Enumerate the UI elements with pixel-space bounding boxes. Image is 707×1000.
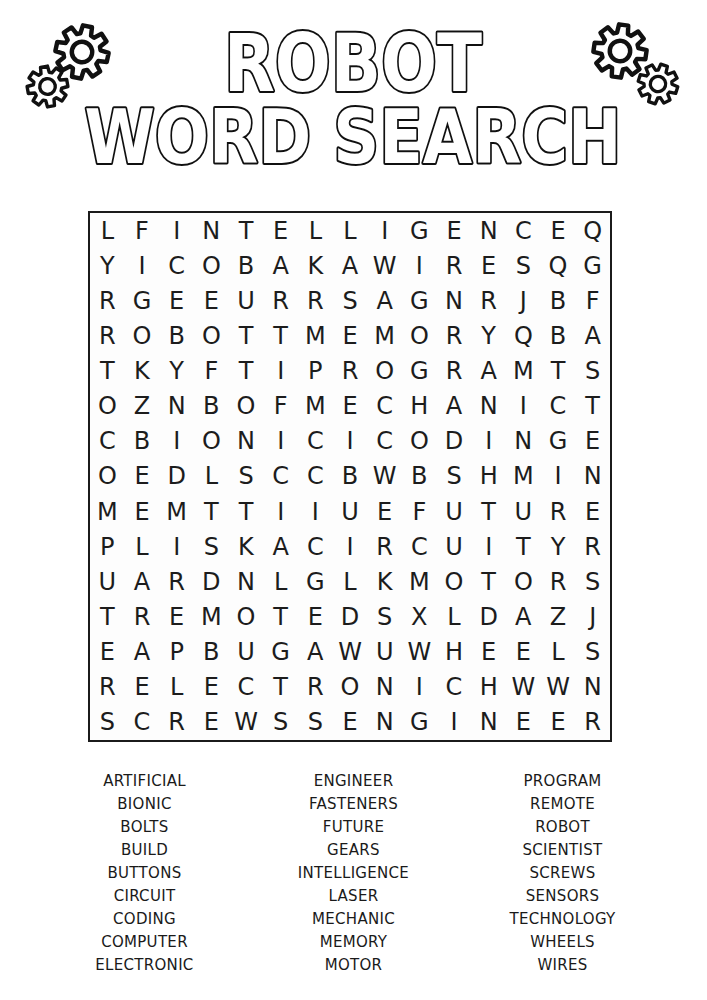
grid-cell: C	[437, 670, 472, 705]
grid-cell: P	[298, 354, 333, 389]
grid-cell: L	[541, 635, 576, 670]
grid-cell: B	[402, 459, 437, 494]
grid-cell: D	[159, 459, 194, 494]
grid-cell: R	[471, 283, 506, 318]
grid-cell: U	[333, 494, 368, 529]
grid-cell: R	[333, 354, 368, 389]
grid-cell: R	[159, 564, 194, 599]
grid-cell: R	[90, 283, 125, 318]
grid-cell: C	[263, 459, 298, 494]
grid-cell: R	[575, 705, 610, 740]
word-search-grid: LFINTELLIGENCEQYICOBAKAWIRESQGRGEEURRSAG…	[88, 211, 612, 742]
grid-cell: Q	[575, 213, 610, 248]
grid-cell: A	[125, 635, 160, 670]
grid-cell: K	[229, 529, 264, 564]
grid-cell: O	[402, 318, 437, 353]
grid-cell: O	[229, 599, 264, 634]
grid-cell: S	[575, 354, 610, 389]
grid-cell: S	[437, 459, 472, 494]
grid-cell: I	[333, 529, 368, 564]
grid-cell: L	[298, 213, 333, 248]
grid-cell: U	[229, 635, 264, 670]
grid-cell: I	[333, 424, 368, 459]
grid-cell: E	[263, 213, 298, 248]
grid-cell: L	[333, 564, 368, 599]
grid-cell: E	[90, 635, 125, 670]
grid-cell: N	[575, 670, 610, 705]
grid-cell: I	[263, 424, 298, 459]
grid-cell: C	[298, 529, 333, 564]
grid-cell: A	[575, 318, 610, 353]
grid-cell: N	[471, 389, 506, 424]
grid-cell: O	[194, 424, 229, 459]
grid-cell: I	[263, 494, 298, 529]
title: ROBOT WORD SEARCH	[0, 0, 707, 180]
grid-cell: Z	[541, 599, 576, 634]
grid-cell: E	[333, 705, 368, 740]
grid-cell: E	[159, 599, 194, 634]
grid-cell: E	[159, 283, 194, 318]
grid-cell: H	[471, 670, 506, 705]
grid-cell: N	[194, 213, 229, 248]
grid-cell: N	[367, 705, 402, 740]
word-list-item: FASTENERS	[249, 793, 458, 816]
grid-cell: R	[541, 564, 576, 599]
grid-cell: I	[541, 459, 576, 494]
grid-cell: S	[506, 248, 541, 283]
grid-cell: K	[298, 248, 333, 283]
grid-cell: T	[471, 564, 506, 599]
word-list-item: MOTOR	[249, 954, 458, 977]
grid-cell: M	[506, 354, 541, 389]
grid-cell: O	[194, 248, 229, 283]
grid-cell: F	[402, 494, 437, 529]
word-list-item: ARTIFICIAL	[40, 770, 249, 793]
grid-cell: X	[402, 599, 437, 634]
worksheet-page: ROBOT WORD SEARCH LFINTELLIGENCEQYICOBAK…	[0, 0, 707, 1000]
grid-cell: M	[298, 389, 333, 424]
grid-cell: D	[437, 424, 472, 459]
grid-cell: N	[437, 283, 472, 318]
word-list-item: MEMORY	[249, 931, 458, 954]
word-list-item: FUTURE	[249, 816, 458, 839]
grid-cell: E	[125, 670, 160, 705]
grid-cell: G	[402, 705, 437, 740]
word-list-item: GEARS	[249, 839, 458, 862]
grid-cell: F	[194, 354, 229, 389]
grid-cell: M	[298, 318, 333, 353]
grid-cell: F	[263, 389, 298, 424]
word-list-item: CIRCUIT	[40, 885, 249, 908]
grid-cell: B	[194, 635, 229, 670]
grid-cell: O	[506, 564, 541, 599]
grid-cell: I	[471, 424, 506, 459]
grid-cell: C	[506, 213, 541, 248]
word-list-item: ENGINEER	[249, 770, 458, 793]
grid-cell: M	[506, 459, 541, 494]
grid-cell: G	[402, 213, 437, 248]
grid-cell: T	[90, 599, 125, 634]
word-list-item: INTELLIGENCE	[249, 862, 458, 885]
grid-cell: A	[333, 248, 368, 283]
grid-cell: O	[125, 318, 160, 353]
grid-cell: T	[541, 354, 576, 389]
grid-cell: E	[471, 248, 506, 283]
word-list-item: WHEELS	[458, 931, 667, 954]
grid-cell: E	[125, 459, 160, 494]
grid-cell: Z	[125, 389, 160, 424]
grid-cell: C	[125, 705, 160, 740]
grid-cell: W	[367, 248, 402, 283]
word-list-item: WIRES	[458, 954, 667, 977]
grid-cell: L	[333, 213, 368, 248]
grid-cell: M	[90, 494, 125, 529]
grid-cell: H	[471, 459, 506, 494]
grid-cell: A	[506, 599, 541, 634]
grid-cell: L	[437, 599, 472, 634]
grid-cell: A	[298, 635, 333, 670]
grid-cell: O	[194, 318, 229, 353]
grid-cell: E	[506, 705, 541, 740]
grid-cell: E	[541, 213, 576, 248]
grid-cell: R	[298, 283, 333, 318]
grid-cell: R	[159, 705, 194, 740]
grid-cell: G	[541, 424, 576, 459]
grid-cell: L	[90, 213, 125, 248]
grid-cell: C	[367, 424, 402, 459]
word-list-item: ROBOT	[458, 816, 667, 839]
grid-cell: G	[402, 354, 437, 389]
grid-cell: P	[90, 529, 125, 564]
grid-cell: I	[159, 213, 194, 248]
grid-cell: O	[402, 424, 437, 459]
grid-cell: S	[263, 705, 298, 740]
grid-cell: B	[194, 389, 229, 424]
word-list-item: BUTTONS	[40, 862, 249, 885]
grid-cell: D	[333, 599, 368, 634]
grid-cell: S	[575, 635, 610, 670]
grid-cell: A	[437, 389, 472, 424]
word-list-item: TECHNOLOGY	[458, 908, 667, 931]
grid-cell: R	[90, 670, 125, 705]
grid-cell: T	[229, 494, 264, 529]
grid-cell: R	[367, 529, 402, 564]
grid-cell: B	[541, 283, 576, 318]
grid-cell: N	[229, 424, 264, 459]
grid-cell: N	[471, 213, 506, 248]
grid-cell: N	[367, 670, 402, 705]
grid-cell: G	[263, 635, 298, 670]
grid-cell: Y	[471, 318, 506, 353]
grid-cell: I	[471, 529, 506, 564]
grid-cell: A	[471, 354, 506, 389]
word-list-item: LASER	[249, 885, 458, 908]
grid-cell: L	[263, 564, 298, 599]
grid-cell: U	[90, 564, 125, 599]
grid-cell: O	[367, 354, 402, 389]
grid-cell: T	[575, 389, 610, 424]
word-list-item: SCREWS	[458, 862, 667, 885]
grid-cell: G	[125, 283, 160, 318]
grid-cell: B	[159, 318, 194, 353]
word-list-item: BUILD	[40, 839, 249, 862]
grid-cell: S	[229, 459, 264, 494]
grid-cell: I	[125, 248, 160, 283]
grid-cell: R	[437, 248, 472, 283]
grid-cell: S	[333, 283, 368, 318]
grid-cell: O	[90, 389, 125, 424]
grid-cell: R	[90, 318, 125, 353]
grid-cell: E	[333, 389, 368, 424]
grid-cell: T	[506, 529, 541, 564]
grid-cell: N	[229, 564, 264, 599]
grid-cell: C	[367, 389, 402, 424]
grid-cell: S	[575, 564, 610, 599]
grid-cell: A	[263, 529, 298, 564]
grid-cell: L	[125, 529, 160, 564]
grid-cell: I	[159, 529, 194, 564]
grid-cell: N	[159, 389, 194, 424]
grid-cell: E	[575, 494, 610, 529]
grid-cell: E	[333, 318, 368, 353]
grid-cell: W	[229, 705, 264, 740]
grid-cell: E	[194, 283, 229, 318]
grid-cell: R	[575, 529, 610, 564]
grid-cell: Y	[541, 529, 576, 564]
grid-cell: T	[194, 494, 229, 529]
word-list-column: PROGRAMREMOTEROBOTSCIENTISTSCREWSSENSORS…	[458, 770, 667, 977]
word-list-item: PROGRAM	[458, 770, 667, 793]
grid-cell: S	[194, 529, 229, 564]
grid-cell: I	[402, 670, 437, 705]
grid-cell: T	[263, 318, 298, 353]
grid-cell: U	[437, 494, 472, 529]
grid-cell: G	[298, 564, 333, 599]
grid-cell: D	[194, 564, 229, 599]
word-list-item: ELECTRONIC	[40, 954, 249, 977]
word-list: ARTIFICIALBIONICBOLTSBUILDBUTTONSCIRCUIT…	[40, 770, 667, 977]
grid-cell: I	[367, 213, 402, 248]
word-list-item: SCIENTIST	[458, 839, 667, 862]
grid-cell: I	[506, 389, 541, 424]
grid-cell: Q	[541, 248, 576, 283]
grid-cell: F	[125, 213, 160, 248]
grid-cell: T	[471, 494, 506, 529]
grid-cell: S	[90, 705, 125, 740]
grid-cell: E	[367, 494, 402, 529]
grid-cell: C	[229, 670, 264, 705]
grid-cell: J	[506, 283, 541, 318]
grid-cell: E	[125, 494, 160, 529]
grid-cell: T	[229, 318, 264, 353]
grid-cell: M	[159, 494, 194, 529]
grid-cell: I	[298, 494, 333, 529]
grid-cell: T	[263, 599, 298, 634]
grid-cell: B	[541, 318, 576, 353]
word-list-column: ENGINEERFASTENERSFUTUREGEARSINTELLIGENCE…	[249, 770, 458, 977]
grid-cell: J	[575, 599, 610, 634]
grid-cell: R	[541, 494, 576, 529]
grid-cell: I	[263, 354, 298, 389]
grid-cell: Y	[159, 354, 194, 389]
grid-cell: S	[298, 705, 333, 740]
grid-cell: I	[437, 705, 472, 740]
word-list-item: CODING	[40, 908, 249, 931]
grid-cell: H	[437, 635, 472, 670]
grid-cell: M	[194, 599, 229, 634]
grid-cell: R	[298, 670, 333, 705]
grid-cell: U	[367, 635, 402, 670]
grid-cell: T	[263, 670, 298, 705]
grid-cell: N	[575, 459, 610, 494]
grid-cell: W	[367, 459, 402, 494]
word-list-item: REMOTE	[458, 793, 667, 816]
grid-cell: C	[541, 389, 576, 424]
grid-cell: A	[125, 564, 160, 599]
grid-cell: T	[90, 354, 125, 389]
word-list-item: SENSORS	[458, 885, 667, 908]
grid-cell: E	[541, 705, 576, 740]
grid-cell: A	[263, 248, 298, 283]
grid-cell: S	[367, 599, 402, 634]
word-list-item: COMPUTER	[40, 931, 249, 954]
grid-cell: N	[506, 424, 541, 459]
grid-cell: M	[367, 318, 402, 353]
grid-cell: I	[159, 424, 194, 459]
page-title-line2: WORD SEARCH	[85, 94, 622, 180]
grid-cell: G	[575, 248, 610, 283]
grid-cell: F	[575, 283, 610, 318]
grid-cell: C	[298, 424, 333, 459]
grid-cell: Q	[506, 318, 541, 353]
word-list-column: ARTIFICIALBIONICBOLTSBUILDBUTTONSCIRCUIT…	[40, 770, 249, 977]
grid-cell: E	[506, 635, 541, 670]
grid-cell: G	[402, 283, 437, 318]
grid-cell: W	[506, 670, 541, 705]
grid-cell: C	[298, 459, 333, 494]
word-list-item: BIONIC	[40, 793, 249, 816]
grid-cell: I	[402, 248, 437, 283]
grid-cell: W	[402, 635, 437, 670]
grid-cell: M	[402, 564, 437, 599]
grid-cell: A	[367, 283, 402, 318]
grid-cell: K	[367, 564, 402, 599]
grid-cell: L	[194, 459, 229, 494]
grid-cell: N	[471, 705, 506, 740]
grid-cell: H	[402, 389, 437, 424]
grid-cell: W	[333, 635, 368, 670]
grid-cell: R	[437, 318, 472, 353]
word-list-item: BOLTS	[40, 816, 249, 839]
grid-cell: C	[159, 248, 194, 283]
word-list-item: MECHANIC	[249, 908, 458, 931]
grid-cell: E	[437, 213, 472, 248]
grid-cell: E	[194, 705, 229, 740]
grid-cell: B	[333, 459, 368, 494]
grid-cell: T	[229, 213, 264, 248]
grid-cell: C	[402, 529, 437, 564]
grid-cell: T	[229, 354, 264, 389]
grid-cell: O	[229, 389, 264, 424]
grid-cell: W	[541, 670, 576, 705]
grid-cell: O	[90, 459, 125, 494]
grid-cell: R	[125, 599, 160, 634]
grid-cell: Y	[90, 248, 125, 283]
grid-cell: R	[437, 354, 472, 389]
grid-cell: E	[471, 635, 506, 670]
grid-cell: B	[125, 424, 160, 459]
grid-cell: P	[159, 635, 194, 670]
grid-cell: E	[298, 599, 333, 634]
grid-cell: R	[263, 283, 298, 318]
grid-cell: U	[229, 283, 264, 318]
grid-cell: D	[471, 599, 506, 634]
grid-cell: O	[333, 670, 368, 705]
grid-cell: B	[229, 248, 264, 283]
grid-cell: E	[575, 424, 610, 459]
grid-cell: U	[506, 494, 541, 529]
grid-cell: U	[437, 529, 472, 564]
grid-cell: L	[159, 670, 194, 705]
grid-cell: C	[90, 424, 125, 459]
grid-cell: O	[437, 564, 472, 599]
grid-cell: E	[194, 670, 229, 705]
grid-cell: K	[125, 354, 160, 389]
